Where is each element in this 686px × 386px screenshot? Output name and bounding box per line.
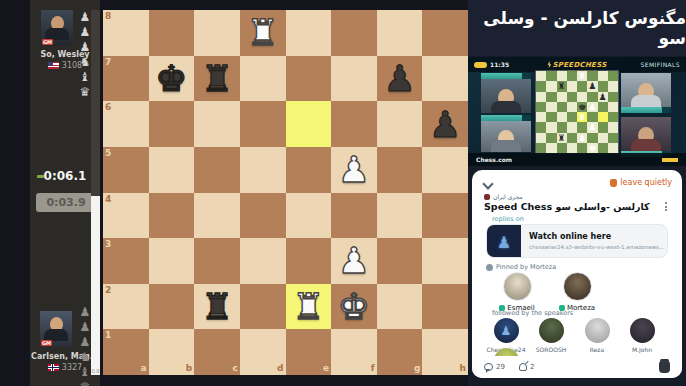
- square-h6: [608, 92, 618, 102]
- file-label-b: b: [186, 364, 192, 373]
- captured-piece: ♟: [80, 335, 91, 350]
- square-b8: [546, 71, 556, 81]
- space-meta-row: مجری ایران: [484, 193, 523, 200]
- square-h5: [608, 102, 618, 112]
- square-e6[interactable]: [286, 101, 332, 147]
- captured-piece: ♟: [80, 40, 91, 55]
- square-e1[interactable]: e: [286, 329, 332, 375]
- square-g3: [598, 122, 608, 132]
- pinner-avatar: [486, 264, 493, 271]
- square-d6: [567, 92, 577, 102]
- accent-bar: [662, 158, 678, 162]
- square-d3[interactable]: [240, 238, 286, 284]
- space-card: leave quietly مجری ایران کارلسن -واسلی س…: [472, 170, 682, 378]
- webcam-commentator-left: [481, 121, 531, 152]
- speaker-avatar[interactable]: [585, 318, 610, 343]
- file-label-g: g: [414, 364, 420, 373]
- square-g1: [598, 143, 608, 153]
- piece-wP-e2: ♟: [577, 133, 587, 143]
- raise-hand-icon[interactable]: [659, 361, 670, 373]
- square-c5: [557, 102, 567, 112]
- square-c3[interactable]: [194, 238, 240, 284]
- square-a8[interactable]: 8: [103, 10, 149, 56]
- square-h2[interactable]: [422, 284, 468, 330]
- host-esmaeil[interactable]: Esmaeil: [486, 272, 548, 312]
- comment-bubble-icon: [484, 363, 493, 371]
- captured-piece: ♟: [80, 305, 91, 320]
- evaluation-white-share: [91, 196, 100, 375]
- piece-wK-f1: ♚: [587, 143, 597, 153]
- square-f2: [587, 133, 597, 143]
- piece-bK-b7[interactable]: ♚: [149, 56, 195, 102]
- share-count: 2: [530, 363, 534, 371]
- square-e8: ♜: [577, 71, 587, 81]
- square-g8[interactable]: [377, 10, 423, 56]
- square-g7: [598, 81, 608, 91]
- score-box: [662, 107, 671, 113]
- piece-bR-c2: ♜: [557, 133, 567, 143]
- square-g2[interactable]: [377, 284, 423, 330]
- piece-bK-e5: ♚: [577, 102, 587, 112]
- more-options-icon[interactable]: [662, 201, 670, 212]
- namebar-top-right: [621, 107, 671, 113]
- square-d8: [567, 71, 577, 81]
- square-b7: [546, 81, 556, 91]
- square-f5[interactable]: ♟: [331, 147, 377, 193]
- square-a5[interactable]: 5: [103, 147, 149, 193]
- square-d5: [567, 102, 577, 112]
- square-f8[interactable]: [331, 10, 377, 56]
- speaker-avatar[interactable]: [630, 318, 655, 343]
- piece-wP-f5[interactable]: ♟: [331, 147, 377, 193]
- captured-pieces-top: ♟♟♟♞♝♛: [78, 10, 92, 100]
- square-h4: [608, 112, 618, 122]
- pawn-icon: ♟: [497, 233, 511, 252]
- space-meta-label: مجری ایران: [493, 193, 523, 200]
- match-title: مگنوس کارلسن - وسلی سو: [468, 8, 686, 48]
- file-label-f: f: [371, 364, 375, 373]
- clock-top-player: 0:06.1: [30, 167, 100, 185]
- space-sublink[interactable]: replies on: [492, 215, 524, 223]
- square-h1[interactable]: h: [422, 329, 468, 375]
- pinned-by-row: Pinned by Morteza: [486, 263, 556, 271]
- square-a1[interactable]: 1a: [103, 329, 149, 375]
- rank-label-6: 6: [105, 103, 111, 112]
- square-a3[interactable]: 3: [103, 238, 149, 284]
- speaker-name: M.John: [615, 346, 669, 353]
- rank-label-2: 2: [105, 286, 111, 295]
- square-h6[interactable]: ♟: [422, 101, 468, 147]
- piece-wR-e2[interactable]: ♜: [286, 284, 332, 330]
- rank-label-7: 7: [105, 58, 111, 67]
- broadcast-bottombar: Chess.com: [468, 153, 686, 166]
- tweet-url: chesswise24.s3-website-eu-west-1.amazona…: [529, 244, 665, 250]
- square-d6[interactable]: [240, 101, 286, 147]
- community-badge-icon: [484, 194, 490, 200]
- square-e5[interactable]: [286, 147, 332, 193]
- square-b5: [546, 102, 556, 112]
- captured-pieces-bottom: ♟♟♟♞♝♛: [78, 305, 92, 386]
- webcam-commentator-right: [621, 117, 671, 151]
- low-time-indicator: [37, 175, 44, 178]
- broadcast-mini-board: ♜♜♟♟♚♟♜♟♜♟♚: [536, 71, 618, 153]
- evaluation-score: 0.8: [91, 368, 100, 374]
- square-e4: ♜: [577, 112, 587, 122]
- square-g6[interactable]: [377, 101, 423, 147]
- square-g4[interactable]: [377, 193, 423, 239]
- square-e2: ♟: [577, 133, 587, 143]
- leave-quietly-label: leave quietly: [620, 178, 672, 187]
- square-h7: [608, 81, 618, 91]
- square-d5[interactable]: [240, 147, 286, 193]
- file-label-e: e: [323, 364, 329, 373]
- square-f4: [587, 112, 597, 122]
- file-label-h: h: [460, 364, 466, 373]
- square-g7[interactable]: ♟: [377, 56, 423, 102]
- square-d2: [567, 133, 577, 143]
- square-f1[interactable]: f: [331, 329, 377, 375]
- wave-hand-icon: [610, 179, 617, 187]
- square-h8: [608, 71, 618, 81]
- square-g4: [598, 112, 608, 122]
- square-d4[interactable]: [240, 193, 286, 239]
- square-h1: [608, 143, 618, 153]
- square-e7[interactable]: [286, 56, 332, 102]
- square-h7[interactable]: [422, 56, 468, 102]
- rank-label-3: 3: [105, 240, 111, 249]
- square-a3: [536, 122, 546, 132]
- tweet-thumbnail: ♟: [487, 225, 521, 258]
- webcam-player-right: [621, 73, 671, 107]
- square-f3[interactable]: ♟: [331, 238, 377, 284]
- square-d1: [567, 143, 577, 153]
- captured-piece: ♟: [80, 10, 91, 25]
- square-f3: ♟: [587, 122, 597, 132]
- square-g5: [598, 102, 608, 112]
- square-d8[interactable]: ♜: [240, 10, 286, 56]
- square-h4[interactable]: [422, 193, 468, 239]
- broadcast-topbar: 11:35 SPEEDCHESS CHAMPIONSHIP SEMIFINALS: [468, 57, 686, 72]
- square-a8: [536, 71, 546, 81]
- square-c6[interactable]: [194, 101, 240, 147]
- square-c4[interactable]: [194, 193, 240, 239]
- piece-bR-c7: ♜: [557, 81, 567, 91]
- chesscom-watermark: Chess.com: [476, 156, 512, 163]
- square-a7[interactable]: 7: [103, 56, 149, 102]
- piece-bP-h6[interactable]: ♟: [422, 101, 468, 147]
- captured-piece: ♝: [80, 365, 91, 380]
- square-d1[interactable]: d: [240, 329, 286, 375]
- square-h2: [608, 133, 618, 143]
- space-footer: 29 2: [472, 356, 682, 378]
- square-b5[interactable]: [149, 147, 195, 193]
- rank-label-5: 5: [105, 149, 111, 158]
- square-c2[interactable]: ♜: [194, 284, 240, 330]
- host-avatar[interactable]: [563, 272, 592, 301]
- us-flag-icon: [48, 62, 59, 69]
- tweet-headline: Watch online here: [529, 232, 611, 241]
- speaker-m.john[interactable]: M.John: [615, 318, 669, 353]
- speaker-avatar[interactable]: ♟: [494, 318, 519, 343]
- square-a2: [536, 133, 546, 143]
- rank-label-1: 1: [105, 331, 111, 340]
- square-b8[interactable]: [149, 10, 195, 56]
- comments-button[interactable]: 29: [484, 363, 505, 371]
- piece-bP-g7[interactable]: ♟: [377, 56, 423, 102]
- followed-by-label: followed by the speakers: [492, 309, 573, 317]
- clock-bottom-player: 0:03.9: [36, 193, 96, 212]
- square-b1: [546, 143, 556, 153]
- square-h5[interactable]: [422, 147, 468, 193]
- pawn-icon: ♟: [501, 324, 512, 338]
- square-e8[interactable]: [286, 10, 332, 56]
- square-c5[interactable]: [194, 147, 240, 193]
- square-e7: [577, 81, 587, 91]
- square-h3: [608, 122, 618, 132]
- square-g8: [598, 71, 608, 81]
- square-d7[interactable]: [240, 56, 286, 102]
- square-b4: [546, 112, 556, 122]
- square-b6[interactable]: [149, 101, 195, 147]
- player-photo-top: GM: [41, 10, 73, 46]
- square-h3[interactable]: [422, 238, 468, 284]
- square-d3: [567, 122, 577, 132]
- square-f8: [587, 71, 597, 81]
- square-f6: [587, 92, 597, 102]
- lightning-bolt-icon: [547, 61, 551, 68]
- square-a5: [536, 102, 546, 112]
- gm-title-badge: GM: [41, 340, 52, 346]
- square-a7: [536, 81, 546, 91]
- square-e5: ♚: [577, 102, 587, 112]
- square-e3: [577, 122, 587, 132]
- captured-piece: ♛: [80, 85, 91, 100]
- square-e4[interactable]: [286, 193, 332, 239]
- evaluation-bar: 0.8: [91, 10, 100, 375]
- gm-title-badge: GM: [42, 39, 53, 45]
- square-b2[interactable]: [149, 284, 195, 330]
- file-label-d: d: [277, 364, 283, 373]
- file-label-a: a: [141, 364, 147, 373]
- stream-frame: GM So, Wesley 3108 ♟♟♟♞♝♛ GM Carlsen, Ma…: [0, 0, 686, 386]
- file-label-c: c: [233, 364, 238, 373]
- square-c4: [557, 112, 567, 122]
- captured-piece: ♟: [80, 320, 91, 335]
- square-b7[interactable]: ♚: [149, 56, 195, 102]
- square-a4[interactable]: 4: [103, 193, 149, 239]
- broadcast-video-panel[interactable]: 11:35 SPEEDCHESS CHAMPIONSHIP SEMIFINALS…: [468, 57, 686, 166]
- square-c8[interactable]: [194, 10, 240, 56]
- piece-bR-c2[interactable]: ♜: [194, 284, 240, 330]
- square-c6: [557, 92, 567, 102]
- square-c8: [557, 71, 567, 81]
- piece-wR-e4: ♜: [577, 112, 587, 122]
- square-f1: ♚: [587, 143, 597, 153]
- share-button[interactable]: 2: [519, 363, 534, 371]
- square-b3: [546, 122, 556, 132]
- rank-label-4: 4: [105, 195, 111, 204]
- piece-wR-e8: ♜: [577, 71, 587, 81]
- player-photo-bottom: GM: [40, 311, 72, 347]
- square-e6: [577, 92, 587, 102]
- square-b2: [546, 133, 556, 143]
- leave-quietly-button[interactable]: leave quietly: [610, 178, 672, 187]
- square-c2: ♜: [557, 133, 567, 143]
- space-title-row: کارلسن -واسلی سو Speed Chess: [484, 201, 670, 212]
- comment-count: 29: [496, 363, 505, 371]
- square-h8[interactable]: [422, 10, 468, 56]
- square-g5[interactable]: [377, 147, 423, 193]
- square-b3[interactable]: [149, 238, 195, 284]
- square-e1: [577, 143, 587, 153]
- piece-bP-g6: ♟: [598, 92, 608, 102]
- square-c7: ♜: [557, 81, 567, 91]
- match-title-banner: مگنوس کارلسن - وسلی سو: [468, 0, 686, 56]
- webcam-player-left: [481, 79, 531, 113]
- captured-piece: ♞: [80, 55, 91, 70]
- square-b4[interactable]: [149, 193, 195, 239]
- pinned-by-label: Pinned by Morteza: [496, 263, 556, 271]
- square-f2[interactable]: ♚: [331, 284, 377, 330]
- square-a6[interactable]: 6: [103, 101, 149, 147]
- chevron-down-icon[interactable]: [484, 179, 492, 187]
- clock-value: 0:06.1: [44, 169, 87, 183]
- norway-flag-icon: [48, 364, 59, 371]
- square-f6[interactable]: [331, 101, 377, 147]
- piece-wP-f3[interactable]: ♟: [331, 238, 377, 284]
- square-f7[interactable]: [331, 56, 377, 102]
- host-avatar[interactable]: [503, 272, 532, 301]
- square-c1: [557, 143, 567, 153]
- piece-wR-d8[interactable]: ♜: [240, 10, 286, 56]
- stage-label: SEMIFINALS: [640, 61, 680, 68]
- square-b1[interactable]: b: [149, 329, 195, 375]
- square-g3[interactable]: [377, 238, 423, 284]
- piece-bP-f7: ♟: [587, 81, 597, 91]
- square-c1[interactable]: c: [194, 329, 240, 375]
- square-g1[interactable]: g: [377, 329, 423, 375]
- square-a6: [536, 92, 546, 102]
- square-a1: [536, 143, 546, 153]
- square-a4: [536, 112, 546, 122]
- square-c7[interactable]: ♜: [194, 56, 240, 102]
- captured-piece: ♟: [80, 25, 91, 40]
- square-c3: [557, 122, 567, 132]
- host-morteza[interactable]: Morteza: [546, 272, 608, 312]
- square-e2[interactable]: ♜: [286, 284, 332, 330]
- clock-value: 0:03.9: [46, 196, 85, 209]
- square-d7: [567, 81, 577, 91]
- speaker-avatar[interactable]: [539, 318, 564, 343]
- square-b6: [546, 92, 556, 102]
- square-f4[interactable]: [331, 193, 377, 239]
- piece-wK-f2[interactable]: ♚: [331, 284, 377, 330]
- square-f7: ♟: [587, 81, 597, 91]
- piece-wP-f3: ♟: [587, 122, 597, 132]
- pinned-tweet-card[interactable]: ♟ Watch online here chesswise24.s3-websi…: [486, 224, 668, 258]
- share-icon: [519, 363, 527, 371]
- chess-board[interactable]: 8♜7♚♜♟6♟5♟43♟2♜♜♚1abcdefgh: [103, 10, 468, 375]
- piece-wP-f5: ♟: [587, 102, 597, 112]
- square-d4: [567, 112, 577, 122]
- right-panel: مگنوس کارلسن - وسلی سو 11:35 SPEEDCHESS …: [468, 0, 686, 386]
- square-a2[interactable]: 2: [103, 284, 149, 330]
- square-e3[interactable]: [286, 238, 332, 284]
- square-g2: [598, 133, 608, 143]
- square-d2[interactable]: [240, 284, 286, 330]
- captured-piece: ♝: [80, 70, 91, 85]
- captured-piece: ♛: [80, 380, 91, 386]
- square-g6: ♟: [598, 92, 608, 102]
- square-f5: ♟: [587, 102, 597, 112]
- rank-label-8: 8: [105, 12, 111, 21]
- space-title: کارلسن -واسلی سو Speed Chess: [484, 201, 662, 212]
- piece-bR-c7[interactable]: ♜: [194, 56, 240, 102]
- captured-piece: ♞: [80, 350, 91, 365]
